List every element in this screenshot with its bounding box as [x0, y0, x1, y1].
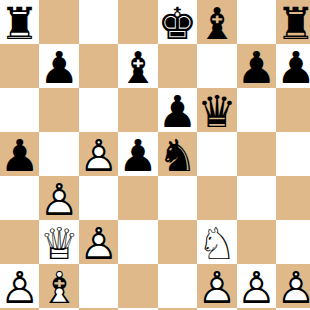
black-queen-f6[interactable]: ♛ [197, 90, 236, 134]
square-c2[interactable] [79, 264, 118, 308]
white-pawn-c3[interactable]: ♟♙ [79, 222, 118, 266]
square-a7[interactable] [0, 44, 39, 88]
square-g2[interactable]: ♟♙ [237, 264, 276, 308]
square-e8[interactable]: ♚ [158, 0, 197, 44]
square-h4[interactable] [276, 176, 310, 220]
square-d4[interactable] [118, 176, 157, 220]
square-h7[interactable]: ♟ [276, 44, 310, 88]
black-pawn-g7[interactable]: ♟ [237, 46, 276, 90]
white-queen-b3[interactable]: ♛♕ [39, 222, 78, 266]
square-b6[interactable] [39, 88, 78, 132]
square-d3[interactable] [118, 220, 157, 264]
square-f7[interactable] [197, 44, 236, 88]
square-c3[interactable]: ♟♙ [79, 220, 118, 264]
square-e3[interactable] [158, 220, 197, 264]
square-c4[interactable] [79, 176, 118, 220]
square-c8[interactable] [79, 0, 118, 44]
black-pawn-a5[interactable]: ♟ [0, 134, 39, 178]
black-king-e8[interactable]: ♚ [158, 2, 197, 46]
square-a5[interactable]: ♟ [0, 132, 39, 176]
square-g4[interactable] [237, 176, 276, 220]
square-g3[interactable] [237, 220, 276, 264]
square-a3[interactable] [0, 220, 39, 264]
square-d7[interactable]: ♝ [118, 44, 157, 88]
black-rook-h8[interactable]: ♜ [276, 2, 310, 46]
square-e5[interactable]: ♞ [158, 132, 197, 176]
black-bishop-d7[interactable]: ♝ [118, 46, 157, 90]
chess-board: ♜♚♝♜♟♝♟♟♟♛♟♟♙♟♞♟♙♛♕♟♙♞♘♟♙♝♗♟♙♟♙♟♙♜♖♞♘♚♔♜… [0, 0, 310, 310]
black-knight-e5[interactable]: ♞ [158, 134, 197, 178]
square-e6[interactable]: ♟ [158, 88, 197, 132]
square-b5[interactable] [39, 132, 78, 176]
square-e4[interactable] [158, 176, 197, 220]
square-h3[interactable] [276, 220, 310, 264]
white-pawn-g2[interactable]: ♟♙ [237, 266, 276, 310]
square-g8[interactable] [237, 0, 276, 44]
square-b2[interactable]: ♝♗ [39, 264, 78, 308]
white-bishop-b2[interactable]: ♝♗ [39, 266, 78, 310]
black-pawn-h7[interactable]: ♟ [276, 46, 310, 90]
square-f8[interactable]: ♝ [197, 0, 236, 44]
square-b8[interactable] [39, 0, 78, 44]
square-b4[interactable]: ♟♙ [39, 176, 78, 220]
square-e7[interactable] [158, 44, 197, 88]
square-f3[interactable]: ♞♘ [197, 220, 236, 264]
square-g7[interactable]: ♟ [237, 44, 276, 88]
black-pawn-d5[interactable]: ♟ [118, 134, 157, 178]
black-rook-a8[interactable]: ♜ [0, 2, 39, 46]
white-pawn-c5[interactable]: ♟♙ [79, 134, 118, 178]
square-b3[interactable]: ♛♕ [39, 220, 78, 264]
black-bishop-f8[interactable]: ♝ [197, 2, 236, 46]
square-f2[interactable]: ♟♙ [197, 264, 236, 308]
square-h2[interactable]: ♟♙ [276, 264, 310, 308]
square-d5[interactable]: ♟ [118, 132, 157, 176]
white-pawn-f2[interactable]: ♟♙ [197, 266, 236, 310]
white-pawn-h2[interactable]: ♟♙ [276, 266, 310, 310]
square-a8[interactable]: ♜ [0, 0, 39, 44]
square-f5[interactable] [197, 132, 236, 176]
square-h8[interactable]: ♜ [276, 0, 310, 44]
square-g6[interactable] [237, 88, 276, 132]
black-pawn-b7[interactable]: ♟ [39, 46, 78, 90]
square-c6[interactable] [79, 88, 118, 132]
square-b7[interactable]: ♟ [39, 44, 78, 88]
square-h6[interactable] [276, 88, 310, 132]
square-a4[interactable] [0, 176, 39, 220]
square-f4[interactable] [197, 176, 236, 220]
square-d8[interactable] [118, 0, 157, 44]
square-d2[interactable] [118, 264, 157, 308]
white-knight-f3[interactable]: ♞♘ [197, 222, 236, 266]
square-d6[interactable] [118, 88, 157, 132]
square-c7[interactable] [79, 44, 118, 88]
square-f6[interactable]: ♛ [197, 88, 236, 132]
square-c5[interactable]: ♟♙ [79, 132, 118, 176]
square-a6[interactable] [0, 88, 39, 132]
square-a2[interactable]: ♟♙ [0, 264, 39, 308]
square-h5[interactable] [276, 132, 310, 176]
black-pawn-e6[interactable]: ♟ [158, 90, 197, 134]
square-e2[interactable] [158, 264, 197, 308]
white-pawn-a2[interactable]: ♟♙ [0, 266, 39, 310]
square-g5[interactable] [237, 132, 276, 176]
white-pawn-b4[interactable]: ♟♙ [39, 178, 78, 222]
